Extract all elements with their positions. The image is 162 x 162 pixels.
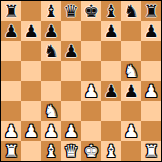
square-a4[interactable] [1, 81, 21, 101]
square-a2[interactable]: ♟ [1, 121, 21, 141]
square-d8[interactable]: ♛ [61, 1, 81, 21]
square-g2[interactable]: ♟ [121, 121, 141, 141]
square-b8[interactable] [21, 1, 41, 21]
square-c1[interactable]: ♝ [41, 141, 61, 161]
square-h1[interactable]: ♜ [141, 141, 161, 161]
square-g5[interactable]: ♞ [121, 61, 141, 81]
square-f7[interactable]: ♟ [101, 21, 121, 41]
square-d1[interactable]: ♛ [61, 141, 81, 161]
black-pawn[interactable]: ♟ [3, 21, 18, 41]
black-pawn[interactable]: ♟ [123, 81, 138, 101]
square-e7[interactable] [81, 21, 101, 41]
square-e5[interactable] [81, 61, 101, 81]
square-a8[interactable]: ♜ [1, 1, 21, 21]
square-d6[interactable]: ♟ [61, 41, 81, 61]
square-e2[interactable] [81, 121, 101, 141]
white-bishop[interactable]: ♝ [103, 141, 118, 161]
square-d2[interactable]: ♟ [61, 121, 81, 141]
square-f6[interactable] [101, 41, 121, 61]
white-pawn[interactable]: ♟ [43, 121, 58, 141]
square-c4[interactable] [41, 81, 61, 101]
square-c5[interactable] [41, 61, 61, 81]
square-g7[interactable] [121, 21, 141, 41]
white-rook[interactable]: ♜ [3, 141, 18, 161]
white-queen[interactable]: ♛ [63, 141, 78, 161]
square-g6[interactable] [121, 41, 141, 61]
black-rook[interactable]: ♜ [3, 1, 18, 21]
square-c6[interactable]: ♞ [41, 41, 61, 61]
square-f2[interactable] [101, 121, 121, 141]
square-g1[interactable] [121, 141, 141, 161]
white-pawn[interactable]: ♟ [63, 121, 78, 141]
white-pawn[interactable]: ♟ [143, 81, 158, 101]
square-e1[interactable]: ♚ [81, 141, 101, 161]
square-f1[interactable]: ♝ [101, 141, 121, 161]
white-pawn[interactable]: ♟ [23, 121, 38, 141]
square-h7[interactable]: ♟ [141, 21, 161, 41]
square-c7[interactable]: ♟ [41, 21, 61, 41]
black-bishop[interactable]: ♝ [103, 1, 118, 21]
black-pawn[interactable]: ♟ [103, 81, 118, 101]
black-knight[interactable]: ♞ [123, 1, 138, 21]
square-e4[interactable]: ♟ [81, 81, 101, 101]
square-b4[interactable] [21, 81, 41, 101]
square-h8[interactable]: ♜ [141, 1, 161, 21]
square-a6[interactable] [1, 41, 21, 61]
square-b3[interactable] [21, 101, 41, 121]
square-h6[interactable] [141, 41, 161, 61]
square-c3[interactable]: ♞ [41, 101, 61, 121]
square-d4[interactable] [61, 81, 81, 101]
square-b7[interactable]: ♟ [21, 21, 41, 41]
square-e6[interactable] [81, 41, 101, 61]
square-g4[interactable]: ♟ [121, 81, 141, 101]
square-g8[interactable]: ♞ [121, 1, 141, 21]
black-pawn[interactable]: ♟ [103, 21, 118, 41]
square-b2[interactable]: ♟ [21, 121, 41, 141]
black-knight[interactable]: ♞ [43, 41, 58, 61]
black-pawn[interactable]: ♟ [143, 21, 158, 41]
black-pawn[interactable]: ♟ [23, 21, 38, 41]
white-pawn[interactable]: ♟ [83, 81, 98, 101]
black-rook[interactable]: ♜ [143, 1, 158, 21]
square-d5[interactable] [61, 61, 81, 81]
square-h2[interactable] [141, 121, 161, 141]
square-g3[interactable] [121, 101, 141, 121]
square-d7[interactable] [61, 21, 81, 41]
square-e8[interactable]: ♚ [81, 1, 101, 21]
square-c8[interactable]: ♝ [41, 1, 61, 21]
square-a1[interactable]: ♜ [1, 141, 21, 161]
square-b5[interactable] [21, 61, 41, 81]
white-knight[interactable]: ♞ [123, 61, 138, 81]
square-a5[interactable] [1, 61, 21, 81]
square-b6[interactable] [21, 41, 41, 61]
square-h5[interactable] [141, 61, 161, 81]
black-pawn[interactable]: ♟ [43, 21, 58, 41]
white-pawn[interactable]: ♟ [3, 121, 18, 141]
white-bishop[interactable]: ♝ [43, 141, 58, 161]
chess-board: ♜♝♛♚♝♞♜♟♟♟♟♟♞♟♞♟♟♟♟♞♟♟♟♟♟♜♝♛♚♝♜ [0, 0, 162, 162]
square-f5[interactable] [101, 61, 121, 81]
square-a7[interactable]: ♟ [1, 21, 21, 41]
black-king[interactable]: ♚ [83, 1, 98, 21]
square-f8[interactable]: ♝ [101, 1, 121, 21]
square-h3[interactable] [141, 101, 161, 121]
black-queen[interactable]: ♛ [63, 1, 78, 21]
black-bishop[interactable]: ♝ [43, 1, 58, 21]
square-f3[interactable] [101, 101, 121, 121]
black-pawn[interactable]: ♟ [63, 41, 78, 61]
square-e3[interactable] [81, 101, 101, 121]
square-f4[interactable]: ♟ [101, 81, 121, 101]
white-pawn[interactable]: ♟ [123, 121, 138, 141]
white-rook[interactable]: ♜ [143, 141, 158, 161]
white-king[interactable]: ♚ [83, 141, 98, 161]
square-h4[interactable]: ♟ [141, 81, 161, 101]
square-b1[interactable] [21, 141, 41, 161]
square-a3[interactable] [1, 101, 21, 121]
square-d3[interactable] [61, 101, 81, 121]
white-knight[interactable]: ♞ [43, 101, 58, 121]
square-c2[interactable]: ♟ [41, 121, 61, 141]
